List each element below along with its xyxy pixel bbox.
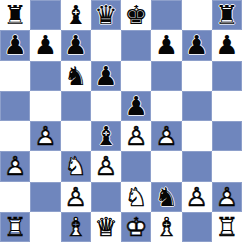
white-pawn[interactable]: ♟♙ [0,151,30,181]
square-d8[interactable]: ♛ [91,0,121,30]
white-pawn[interactable]: ♟♙ [151,121,181,151]
black-rook[interactable]: ♜ [212,0,242,30]
square-e1[interactable]: ♚♔ [121,212,151,242]
black-pawn-glyph: ♟ [155,32,178,58]
white-pawn-glyph: ♙ [94,153,117,179]
square-h2[interactable]: ♟♙ [212,182,242,212]
square-d6[interactable]: ♟ [91,61,121,91]
square-h3[interactable] [212,151,242,181]
white-rook-glyph: ♖ [3,214,26,240]
square-e4[interactable]: ♟♙ [121,121,151,151]
white-pawn[interactable]: ♟♙ [30,121,60,151]
square-g5[interactable] [182,91,212,121]
black-knight-glyph: ♞ [155,184,178,210]
white-pawn-glyph: ♙ [34,123,57,149]
white-pawn[interactable]: ♟♙ [91,151,121,181]
black-bishop[interactable]: ♝ [91,121,121,151]
black-rook-glyph: ♜ [3,2,26,28]
square-g7[interactable]: ♟ [182,30,212,60]
square-c3[interactable]: ♞♘ [61,151,91,181]
square-b4[interactable]: ♟♙ [30,121,60,151]
square-d4[interactable]: ♝ [91,121,121,151]
square-g3[interactable] [182,151,212,181]
white-pawn-glyph: ♙ [185,184,208,210]
square-e8[interactable]: ♚ [121,0,151,30]
square-c2[interactable]: ♟♙ [61,182,91,212]
white-pawn-glyph: ♙ [155,123,178,149]
square-e7[interactable] [121,30,151,60]
square-b1[interactable] [30,212,60,242]
square-h5[interactable] [212,91,242,121]
white-queen-glyph: ♕ [94,214,117,240]
black-pawn-glyph: ♟ [34,32,57,58]
black-rook[interactable]: ♜ [0,0,30,30]
black-pawn-glyph: ♟ [64,32,87,58]
square-d5[interactable] [91,91,121,121]
square-g8[interactable] [182,0,212,30]
square-a1[interactable]: ♜♖ [0,212,30,242]
square-d1[interactable]: ♛♕ [91,212,121,242]
black-pawn[interactable]: ♟ [91,61,121,91]
black-knight[interactable]: ♞ [151,182,181,212]
white-bishop[interactable]: ♝♗ [151,212,181,242]
white-pawn[interactable]: ♟♙ [61,182,91,212]
square-b2[interactable] [30,182,60,212]
black-pawn-glyph: ♟ [124,93,147,119]
square-a4[interactable] [0,121,30,151]
white-pawn[interactable]: ♟♙ [121,121,151,151]
white-bishop-glyph: ♗ [64,214,87,240]
white-knight[interactable]: ♞♘ [121,182,151,212]
black-pawn[interactable]: ♟ [212,30,242,60]
square-g4[interactable] [182,121,212,151]
square-h8[interactable]: ♜ [212,0,242,30]
white-pawn-glyph: ♙ [3,153,26,179]
white-pawn[interactable]: ♟♙ [212,182,242,212]
square-h1[interactable]: ♜♖ [212,212,242,242]
black-bishop-glyph: ♝ [64,2,87,28]
white-pawn-glyph: ♙ [124,123,147,149]
black-king[interactable]: ♚ [121,0,151,30]
black-pawn-glyph: ♟ [3,32,26,58]
white-bishop[interactable]: ♝♗ [61,212,91,242]
white-knight-glyph: ♘ [124,184,147,210]
white-king-glyph: ♔ [124,214,147,240]
square-f7[interactable]: ♟ [151,30,181,60]
black-bishop-glyph: ♝ [94,123,117,149]
white-rook[interactable]: ♜♖ [0,212,30,242]
square-f5[interactable] [151,91,181,121]
square-d3[interactable]: ♟♙ [91,151,121,181]
square-f3[interactable] [151,151,181,181]
square-c5[interactable] [61,91,91,121]
black-queen[interactable]: ♛ [91,0,121,30]
black-rook-glyph: ♜ [215,2,238,28]
black-pawn[interactable]: ♟ [61,30,91,60]
black-pawn[interactable]: ♟ [182,30,212,60]
square-f2[interactable]: ♞ [151,182,181,212]
square-f8[interactable] [151,0,181,30]
square-a5[interactable] [0,91,30,121]
white-rook-glyph: ♖ [215,214,238,240]
square-h4[interactable] [212,121,242,151]
square-c4[interactable] [61,121,91,151]
black-knight-glyph: ♞ [64,63,87,89]
black-pawn-glyph: ♟ [185,32,208,58]
black-pawn-glyph: ♟ [215,32,238,58]
square-g2[interactable]: ♟♙ [182,182,212,212]
square-e5[interactable]: ♟ [121,91,151,121]
black-pawn-glyph: ♟ [94,63,117,89]
black-king-glyph: ♚ [124,2,147,28]
square-b8[interactable] [30,0,60,30]
white-pawn[interactable]: ♟♙ [182,182,212,212]
square-c7[interactable]: ♟ [61,30,91,60]
square-c1[interactable]: ♝♗ [61,212,91,242]
black-queen-glyph: ♛ [94,2,117,28]
square-g1[interactable] [182,212,212,242]
white-bishop-glyph: ♗ [155,214,178,240]
white-pawn-glyph: ♙ [215,184,238,210]
square-a6[interactable] [0,61,30,91]
square-f1[interactable]: ♝♗ [151,212,181,242]
square-a3[interactable]: ♟♙ [0,151,30,181]
chess-board: ♜♝♛♚♜♟♟♟♟♟♟♞♟♟♟♙♝♟♙♟♙♟♙♞♘♟♙♟♙♞♘♞♟♙♟♙♜♖♝♗… [0,0,242,242]
square-b7[interactable]: ♟ [30,30,60,60]
black-bishop[interactable]: ♝ [61,0,91,30]
black-knight[interactable]: ♞ [61,61,91,91]
square-a8[interactable]: ♜ [0,0,30,30]
white-king[interactable]: ♚♔ [121,212,151,242]
square-f4[interactable]: ♟♙ [151,121,181,151]
white-pawn-glyph: ♙ [64,184,87,210]
square-e2[interactable]: ♞♘ [121,182,151,212]
white-knight-glyph: ♘ [64,153,87,179]
square-b5[interactable] [30,91,60,121]
square-a2[interactable] [0,182,30,212]
black-pawn[interactable]: ♟ [151,30,181,60]
square-d7[interactable] [91,30,121,60]
black-pawn[interactable]: ♟ [30,30,60,60]
white-rook[interactable]: ♜♖ [212,212,242,242]
square-b6[interactable] [30,61,60,91]
square-d2[interactable] [91,182,121,212]
square-c8[interactable]: ♝ [61,0,91,30]
square-h6[interactable] [212,61,242,91]
square-e3[interactable] [121,151,151,181]
square-a7[interactable]: ♟ [0,30,30,60]
white-knight[interactable]: ♞♘ [61,151,91,181]
square-c6[interactable]: ♞ [61,61,91,91]
square-g6[interactable] [182,61,212,91]
square-b3[interactable] [30,151,60,181]
black-pawn[interactable]: ♟ [121,91,151,121]
white-queen[interactable]: ♛♕ [91,212,121,242]
square-f6[interactable] [151,61,181,91]
square-h7[interactable]: ♟ [212,30,242,60]
black-pawn[interactable]: ♟ [0,30,30,60]
square-e6[interactable] [121,61,151,91]
